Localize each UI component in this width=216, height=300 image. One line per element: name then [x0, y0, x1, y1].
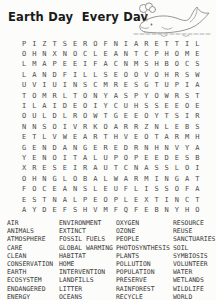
grid-cell[interactable]: T — [39, 195, 49, 205]
grid-cell[interactable]: W — [60, 133, 70, 143]
grid-cell[interactable]: O — [90, 39, 100, 49]
grid-cell[interactable]: E — [131, 195, 141, 205]
grid-cell[interactable]: G — [50, 174, 60, 184]
grid-cell[interactable]: O — [19, 174, 29, 184]
grid-cell[interactable]: A — [182, 174, 192, 184]
grid-cell[interactable]: N — [19, 122, 29, 132]
grid-cell[interactable]: N — [39, 174, 49, 184]
grid-cell[interactable]: H — [29, 174, 39, 184]
grid-cell[interactable]: R — [50, 91, 60, 101]
grid-cell[interactable]: M — [182, 133, 192, 143]
grid-cell[interactable]: L — [70, 195, 80, 205]
grid-cell[interactable]: A — [111, 91, 121, 101]
grid-cell[interactable]: B — [151, 205, 161, 215]
grid-cell[interactable]: O — [50, 153, 60, 163]
grid-cell[interactable]: F — [90, 60, 100, 70]
grid-cell[interactable]: A — [60, 195, 70, 205]
grid-cell[interactable]: I — [50, 101, 60, 111]
grid-cell[interactable]: T — [172, 39, 182, 49]
grid-cell[interactable]: W — [90, 112, 100, 122]
grid-cell[interactable]: S — [162, 164, 172, 174]
grid-cell[interactable]: H — [162, 70, 172, 80]
grid-cell[interactable]: P — [151, 49, 161, 59]
grid-cell[interactable]: D — [60, 101, 70, 111]
grid-cell[interactable]: L — [90, 70, 100, 80]
grid-cell[interactable]: M — [101, 81, 111, 91]
grid-cell[interactable]: R — [192, 112, 202, 122]
grid-cell[interactable]: S — [121, 91, 131, 101]
grid-cell[interactable]: R — [80, 122, 90, 132]
grid-cell[interactable]: C — [111, 60, 121, 70]
grid-cell[interactable]: O — [151, 70, 161, 80]
grid-cell[interactable]: A — [90, 164, 100, 174]
grid-cell[interactable]: E — [172, 153, 182, 163]
grid-cell[interactable]: S — [192, 122, 202, 132]
grid-cell[interactable]: H — [111, 133, 121, 143]
grid-cell[interactable]: A — [121, 174, 131, 184]
grid-cell[interactable]: H — [80, 205, 90, 215]
grid-cell[interactable]: V — [90, 205, 100, 215]
grid-cell[interactable]: S — [182, 70, 192, 80]
grid-cell[interactable]: O — [121, 153, 131, 163]
grid-cell[interactable]: T — [70, 153, 80, 163]
grid-cell[interactable]: H — [131, 101, 141, 111]
grid-cell[interactable]: T — [192, 91, 202, 101]
grid-cell[interactable]: L — [90, 49, 100, 59]
grid-cell[interactable]: C — [111, 101, 121, 111]
grid-cell[interactable]: A — [90, 174, 100, 184]
grid-cell[interactable]: W — [162, 91, 172, 101]
grid-cell[interactable]: F — [19, 184, 29, 194]
grid-cell[interactable]: B — [162, 60, 172, 70]
grid-cell[interactable]: C — [121, 164, 131, 174]
grid-cell[interactable]: A — [60, 143, 70, 153]
grid-cell[interactable]: I — [182, 39, 192, 49]
grid-cell[interactable]: S — [80, 81, 90, 91]
grid-cell[interactable]: T — [192, 174, 202, 184]
grid-cell[interactable]: C — [80, 49, 90, 59]
grid-cell[interactable]: I — [192, 164, 202, 174]
grid-cell[interactable]: D — [50, 70, 60, 80]
grid-cell[interactable]: O — [172, 184, 182, 194]
grid-cell[interactable]: A — [80, 133, 90, 143]
grid-cell[interactable]: R — [172, 91, 182, 101]
grid-cell[interactable]: E — [90, 143, 100, 153]
grid-cell[interactable]: N — [70, 143, 80, 153]
grid-cell[interactable]: E — [101, 49, 111, 59]
grid-cell[interactable]: L — [39, 133, 49, 143]
grid-cell[interactable]: W — [192, 70, 202, 80]
grid-cell[interactable]: E — [172, 101, 182, 111]
grid-cell[interactable]: R — [172, 133, 182, 143]
grid-cell[interactable]: Y — [101, 101, 111, 111]
grid-cell[interactable]: R — [141, 39, 151, 49]
grid-cell[interactable]: E — [192, 101, 202, 111]
grid-cell[interactable]: V — [141, 70, 151, 80]
grid-cell[interactable]: T — [101, 112, 111, 122]
grid-cell[interactable]: N — [121, 60, 131, 70]
grid-cell[interactable]: U — [101, 153, 111, 163]
grid-cell[interactable]: P — [111, 195, 121, 205]
grid-cell[interactable]: E — [29, 143, 39, 153]
grid-cell[interactable]: R — [131, 122, 141, 132]
grid-cell[interactable]: R — [90, 133, 100, 143]
grid-cell[interactable]: O — [101, 122, 111, 132]
grid-cell[interactable]: T — [151, 81, 161, 91]
grid-cell[interactable]: M — [131, 60, 141, 70]
grid-cell[interactable]: O — [70, 49, 80, 59]
grid-cell[interactable]: A — [192, 81, 202, 91]
grid-cell[interactable]: O — [19, 112, 29, 122]
grid-cell[interactable]: E — [162, 101, 172, 111]
grid-cell[interactable]: T — [151, 195, 161, 205]
grid-cell[interactable]: P — [50, 60, 60, 70]
grid-cell[interactable]: O — [80, 101, 90, 111]
grid-cell[interactable]: S — [141, 101, 151, 111]
grid-cell[interactable]: I — [182, 112, 192, 122]
grid-cell[interactable]: T — [131, 49, 141, 59]
grid-cell[interactable]: S — [182, 153, 192, 163]
grid-cell[interactable]: D — [39, 205, 49, 215]
grid-cell[interactable]: N — [162, 143, 172, 153]
grid-cell[interactable]: L — [172, 164, 182, 174]
grid-cell[interactable]: L — [19, 60, 29, 70]
grid-cell[interactable]: E — [131, 112, 141, 122]
grid-cell[interactable]: M — [141, 174, 151, 184]
grid-cell[interactable]: I — [29, 39, 39, 49]
grid-cell[interactable]: S — [162, 184, 172, 194]
grid-cell[interactable]: N — [121, 49, 131, 59]
grid-cell[interactable]: A — [192, 184, 202, 194]
grid-cell[interactable]: S — [172, 112, 182, 122]
grid-cell[interactable]: O — [121, 70, 131, 80]
grid-cell[interactable]: S — [101, 70, 111, 80]
grid-cell[interactable]: F — [111, 205, 121, 215]
grid-cell[interactable]: S — [29, 195, 39, 205]
grid-cell[interactable]: H — [151, 143, 161, 153]
grid-cell[interactable]: A — [29, 70, 39, 80]
grid-cell[interactable]: Y — [151, 112, 161, 122]
grid-cell[interactable]: M — [101, 205, 111, 215]
grid-cell[interactable]: E — [111, 143, 121, 153]
grid-cell[interactable]: D — [121, 143, 131, 153]
grid-cell[interactable]: I — [19, 101, 29, 111]
grid-cell[interactable]: T — [151, 133, 161, 143]
grid-cell[interactable]: E — [50, 205, 60, 215]
grid-cell[interactable]: N — [39, 70, 49, 80]
grid-cell[interactable]: E — [39, 164, 49, 174]
grid-cell[interactable]: N — [70, 81, 80, 91]
grid-cell[interactable]: O — [19, 49, 29, 59]
grid-cell[interactable]: L — [192, 39, 202, 49]
grid-cell[interactable]: Y — [101, 91, 111, 101]
grid-cell[interactable]: O — [141, 133, 151, 143]
grid-cell[interactable]: W — [111, 174, 121, 184]
grid-cell[interactable]: A — [101, 60, 111, 70]
grid-cell[interactable]: R — [111, 81, 121, 91]
grid-cell[interactable]: O — [151, 91, 161, 101]
grid-cell[interactable]: L — [19, 70, 29, 80]
grid-cell[interactable]: D — [50, 112, 60, 122]
grid-cell[interactable]: E — [141, 153, 151, 163]
grid-cell[interactable]: X — [19, 164, 29, 174]
grid-cell[interactable]: A — [111, 122, 121, 132]
grid-cell[interactable]: M — [39, 91, 49, 101]
grid-cell[interactable]: N — [39, 153, 49, 163]
grid-cell[interactable]: F — [60, 205, 70, 215]
grid-cell[interactable]: G — [80, 143, 90, 153]
grid-cell[interactable]: E — [151, 39, 161, 49]
grid-cell[interactable]: R — [80, 164, 90, 174]
grid-cell[interactable]: H — [162, 49, 172, 59]
grid-cell[interactable]: R — [131, 174, 141, 184]
grid-cell[interactable]: S — [182, 91, 192, 101]
grid-cell[interactable]: E — [131, 133, 141, 143]
grid-cell[interactable]: I — [80, 60, 90, 70]
grid-cell[interactable]: A — [111, 49, 121, 59]
grid-cell[interactable]: O — [80, 112, 90, 122]
grid-cell[interactable]: F — [121, 184, 131, 194]
grid-cell[interactable]: E — [192, 49, 202, 59]
grid-cell[interactable]: E — [121, 81, 131, 91]
grid-cell[interactable]: R — [101, 143, 111, 153]
grid-cell[interactable]: R — [121, 122, 131, 132]
grid-cell[interactable]: Z — [39, 39, 49, 49]
grid-cell[interactable]: N — [39, 49, 49, 59]
grid-cell[interactable]: S — [151, 164, 161, 174]
grid-cell[interactable]: A — [80, 153, 90, 163]
grid-cell[interactable]: Y — [29, 205, 39, 215]
grid-cell[interactable]: E — [19, 195, 29, 205]
grid-cell[interactable]: N — [70, 184, 80, 194]
grid-cell[interactable]: D — [50, 143, 60, 153]
grid-cell[interactable]: R — [80, 39, 90, 49]
grid-cell[interactable]: C — [182, 195, 192, 205]
grid-cell[interactable]: X — [141, 195, 151, 205]
grid-cell[interactable]: E — [19, 133, 29, 143]
grid-cell[interactable]: T — [192, 195, 202, 205]
grid-cell[interactable]: E — [172, 122, 182, 132]
grid-cell[interactable]: V — [70, 122, 80, 132]
grid-cell[interactable]: Y — [182, 143, 192, 153]
grid-cell[interactable]: U — [29, 112, 39, 122]
grid-cell[interactable]: V — [121, 133, 131, 143]
grid-cell[interactable]: I — [70, 70, 80, 80]
grid-cell[interactable]: S — [39, 122, 49, 132]
grid-cell[interactable]: T — [50, 39, 60, 49]
grid-cell[interactable]: O — [131, 70, 141, 80]
grid-cell[interactable]: N — [60, 49, 70, 59]
grid-cell[interactable]: A — [39, 101, 49, 111]
grid-cell[interactable]: S — [80, 184, 90, 194]
grid-cell[interactable]: I — [121, 39, 131, 49]
grid-cell[interactable]: K — [90, 122, 100, 132]
grid-cell[interactable]: C — [182, 60, 192, 70]
grid-cell[interactable]: H — [29, 49, 39, 59]
grid-cell[interactable]: P — [19, 39, 29, 49]
grid-cell[interactable]: A — [19, 205, 29, 215]
grid-cell[interactable]: S — [151, 184, 161, 194]
grid-cell[interactable]: U — [162, 81, 172, 91]
grid-cell[interactable]: O — [182, 164, 192, 174]
grid-cell[interactable]: E — [29, 153, 39, 163]
grid-cell[interactable]: E — [111, 70, 121, 80]
grid-cell[interactable]: Y — [19, 153, 29, 163]
grid-cell[interactable]: L — [131, 184, 141, 194]
grid-cell[interactable]: T — [70, 91, 80, 101]
grid-cell[interactable]: I — [60, 153, 70, 163]
grid-cell[interactable]: E — [101, 184, 111, 194]
grid-cell[interactable]: B — [192, 153, 202, 163]
grid-cell[interactable]: N — [162, 174, 172, 184]
grid-cell[interactable]: S — [151, 101, 161, 111]
grid-cell[interactable]: Z — [141, 122, 151, 132]
grid-cell[interactable]: C — [39, 184, 49, 194]
grid-cell[interactable]: O — [172, 49, 182, 59]
grid-cell[interactable]: N — [111, 39, 121, 49]
grid-cell[interactable]: N — [39, 143, 49, 153]
grid-cell[interactable]: N — [172, 195, 182, 205]
grid-cell[interactable]: I — [151, 174, 161, 184]
grid-cell[interactable]: M — [29, 60, 39, 70]
grid-cell[interactable]: F — [60, 70, 70, 80]
grid-cell[interactable]: E — [70, 60, 80, 70]
grid-cell[interactable]: E — [151, 153, 161, 163]
grid-cell[interactable]: I — [70, 164, 80, 174]
grid-cell[interactable]: T — [101, 133, 111, 143]
grid-cell[interactable]: I — [39, 81, 49, 91]
grid-cell[interactable]: G — [141, 81, 151, 91]
grid-cell[interactable]: L — [121, 195, 131, 205]
grid-cell[interactable]: L — [60, 112, 70, 122]
grid-cell[interactable]: F — [182, 184, 192, 194]
grid-cell[interactable]: U — [121, 101, 131, 111]
grid-cell[interactable]: L — [101, 174, 111, 184]
grid-cell[interactable]: E — [121, 112, 131, 122]
grid-cell[interactable]: L — [90, 153, 100, 163]
grid-cell[interactable]: U — [50, 81, 60, 91]
grid-cell[interactable]: E — [90, 195, 100, 205]
grid-cell[interactable]: I — [141, 184, 151, 194]
grid-cell[interactable]: O — [192, 205, 202, 215]
grid-cell[interactable]: E — [50, 184, 60, 194]
grid-cell[interactable]: O — [70, 174, 80, 184]
grid-cell[interactable]: C — [90, 81, 100, 91]
grid-cell[interactable]: E — [70, 39, 80, 49]
grid-cell[interactable]: I — [162, 195, 172, 205]
grid-cell[interactable]: B — [182, 122, 192, 132]
grid-cell[interactable]: O — [141, 112, 151, 122]
grid-cell[interactable]: T — [19, 91, 29, 101]
grid-cell[interactable]: I — [60, 81, 70, 91]
grid-cell[interactable]: O — [182, 101, 192, 111]
grid-cell[interactable]: N — [131, 164, 141, 174]
grid-cell[interactable]: N — [141, 143, 151, 153]
grid-cell[interactable]: T — [162, 39, 172, 49]
grid-cell[interactable]: N — [29, 122, 39, 132]
grid-cell[interactable]: O — [29, 91, 39, 101]
grid-cell[interactable]: O — [80, 91, 90, 101]
grid-cell[interactable]: A — [131, 39, 141, 49]
grid-cell[interactable]: P — [80, 195, 90, 205]
grid-cell[interactable]: H — [151, 60, 161, 70]
grid-cell[interactable]: L — [90, 184, 100, 194]
grid-cell[interactable]: Q — [121, 205, 131, 215]
grid-cell[interactable]: N — [50, 195, 60, 205]
grid-cell[interactable]: S — [50, 164, 60, 174]
grid-cell[interactable]: F — [131, 205, 141, 215]
grid-cell[interactable]: R — [70, 112, 80, 122]
grid-cell[interactable]: A — [60, 184, 70, 194]
grid-cell[interactable]: R — [29, 164, 39, 174]
grid-cell[interactable]: O — [101, 195, 111, 205]
grid-cell[interactable]: A — [192, 143, 202, 153]
grid-cell[interactable]: R — [131, 143, 141, 153]
grid-cell[interactable]: P — [131, 153, 141, 163]
grid-cell[interactable]: E — [70, 133, 80, 143]
grid-cell[interactable]: P — [172, 81, 182, 91]
grid-cell[interactable]: O — [29, 184, 39, 194]
grid-cell[interactable]: V — [50, 133, 60, 143]
grid-cell[interactable]: N — [90, 91, 100, 101]
grid-cell[interactable]: H — [182, 205, 192, 215]
grid-cell[interactable]: S — [192, 60, 202, 70]
grid-cell[interactable]: T — [162, 112, 172, 122]
grid-cell[interactable]: A — [162, 133, 172, 143]
grid-cell[interactable]: L — [29, 101, 39, 111]
grid-cell[interactable]: P — [131, 91, 141, 101]
grid-cell[interactable]: C — [141, 49, 151, 59]
grid-cell[interactable]: I — [90, 101, 100, 111]
grid-cell[interactable]: E — [60, 164, 70, 174]
grid-cell[interactable]: S — [60, 39, 70, 49]
grid-cell[interactable]: H — [192, 133, 202, 143]
grid-cell[interactable]: S — [70, 205, 80, 215]
grid-cell[interactable]: X — [50, 49, 60, 59]
grid-cell[interactable]: U — [111, 184, 121, 194]
grid-cell[interactable]: F — [101, 39, 111, 49]
grid-cell[interactable]: V — [29, 81, 39, 91]
grid-cell[interactable]: Y — [141, 91, 151, 101]
grid-cell[interactable]: A — [141, 164, 151, 174]
grid-cell[interactable]: P — [111, 153, 121, 163]
grid-cell[interactable]: S — [141, 60, 151, 70]
grid-cell[interactable]: E — [70, 101, 80, 111]
grid-cell[interactable]: A — [39, 60, 49, 70]
grid-cell[interactable]: D — [162, 153, 172, 163]
grid-cell[interactable]: Y — [172, 205, 182, 215]
grid-cell[interactable]: N — [162, 205, 172, 215]
grid-cell[interactable]: N — [151, 122, 161, 132]
grid-cell[interactable]: T — [111, 164, 121, 174]
grid-cell[interactable]: G — [19, 143, 29, 153]
grid-cell[interactable]: L — [80, 70, 90, 80]
grid-cell[interactable]: S — [131, 81, 141, 91]
grid-cell[interactable]: E — [60, 60, 70, 70]
grid-cell[interactable]: O — [50, 122, 60, 132]
grid-cell[interactable]: B — [80, 174, 90, 184]
grid-cell[interactable]: U — [19, 81, 29, 91]
grid-cell[interactable]: L — [162, 122, 172, 132]
grid-cell[interactable]: M — [182, 49, 192, 59]
grid-cell[interactable]: L — [60, 174, 70, 184]
grid-cell[interactable]: O — [172, 60, 182, 70]
grid-cell[interactable]: I — [60, 122, 70, 132]
grid-cell[interactable]: R — [172, 70, 182, 80]
grid-cell[interactable]: I — [182, 81, 192, 91]
grid-cell[interactable]: L — [39, 112, 49, 122]
grid-cell[interactable]: V — [172, 143, 182, 153]
